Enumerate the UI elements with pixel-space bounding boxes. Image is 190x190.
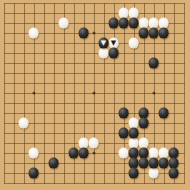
star-point bbox=[92, 152, 95, 155]
stone-black[interactable] bbox=[168, 168, 179, 179]
stone-black[interactable] bbox=[158, 28, 169, 39]
stone-white[interactable] bbox=[18, 118, 29, 129]
stone-white[interactable] bbox=[58, 18, 69, 29]
star-point bbox=[92, 32, 95, 35]
star-point bbox=[32, 92, 35, 95]
triangle-marker: ▼ bbox=[111, 38, 116, 49]
stone-white[interactable] bbox=[128, 38, 139, 49]
star-point bbox=[152, 92, 155, 95]
stone-black[interactable] bbox=[128, 18, 139, 29]
stone-black[interactable] bbox=[78, 148, 89, 159]
stone-black[interactable] bbox=[128, 168, 139, 179]
stone-black[interactable]: ▼ bbox=[98, 38, 109, 49]
stone-black[interactable] bbox=[108, 48, 119, 59]
stone-white[interactable] bbox=[28, 148, 39, 159]
stone-black[interactable] bbox=[158, 108, 169, 119]
screenshot-root: ▼▼ bbox=[0, 0, 190, 190]
stone-black[interactable] bbox=[28, 168, 39, 179]
stone-white[interactable] bbox=[148, 168, 159, 179]
stone-black[interactable] bbox=[78, 28, 89, 39]
triangle-marker: ▼ bbox=[101, 38, 106, 49]
stone-black[interactable] bbox=[138, 118, 149, 129]
stone-white[interactable] bbox=[88, 138, 99, 149]
go-board[interactable]: ▼▼ bbox=[0, 0, 190, 190]
stone-black[interactable] bbox=[48, 158, 59, 169]
stone-white[interactable] bbox=[28, 28, 39, 39]
stone-black[interactable] bbox=[128, 128, 139, 139]
stone-black[interactable] bbox=[118, 108, 129, 119]
star-point bbox=[92, 92, 95, 95]
stone-black[interactable] bbox=[148, 58, 159, 69]
